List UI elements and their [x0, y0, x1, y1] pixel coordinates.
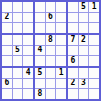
block-2-1: 5 [2, 35, 33, 66]
cell-r8c8[interactable]: 3 [79, 79, 89, 89]
cell-r8c7[interactable]: 2 [68, 79, 78, 89]
cell-r9c1[interactable] [2, 89, 12, 99]
cell-r5c4[interactable]: 4 [35, 46, 45, 56]
cell-r1c6[interactable] [56, 2, 66, 12]
cell-r3c2[interactable] [13, 23, 23, 33]
cell-r5c7[interactable] [68, 46, 78, 56]
cell-r8c6[interactable] [56, 79, 66, 89]
cell-r3c9[interactable] [89, 23, 99, 33]
cell-r3c5[interactable] [46, 23, 56, 33]
cell-r4c5[interactable]: 8 [46, 35, 56, 45]
cell-r3c7[interactable] [68, 23, 78, 33]
block-3-2: 518 [35, 68, 66, 99]
block-3-3: 23 [68, 68, 99, 99]
cell-r4c2[interactable] [13, 35, 23, 45]
cell-r1c8[interactable]: 5 [79, 2, 89, 12]
cell-r7c3[interactable]: 4 [23, 68, 33, 78]
block-2-2: 84 [35, 35, 66, 66]
cell-r3c3[interactable] [23, 23, 33, 33]
cell-r1c5[interactable] [46, 2, 56, 12]
block-3-1: 46 [2, 68, 33, 99]
cell-r6c9[interactable] [89, 56, 99, 66]
cell-r2c2[interactable] [13, 13, 23, 23]
cell-r2c9[interactable] [89, 13, 99, 23]
cell-r5c8[interactable] [79, 46, 89, 56]
cell-r3c4[interactable] [35, 23, 45, 33]
cell-r7c9[interactable] [89, 68, 99, 78]
cell-r7c4[interactable]: 5 [35, 68, 45, 78]
cell-r7c6[interactable]: 1 [56, 68, 66, 78]
cell-r6c5[interactable] [46, 56, 56, 66]
cell-r5c5[interactable] [46, 46, 56, 56]
cell-r9c7[interactable] [68, 89, 78, 99]
cell-r7c5[interactable] [46, 68, 56, 78]
cell-r1c7[interactable] [68, 2, 78, 12]
cell-r9c9[interactable] [89, 89, 99, 99]
cell-r6c8[interactable] [79, 56, 89, 66]
cell-r3c1[interactable] [2, 23, 12, 33]
cell-r6c7[interactable]: 6 [68, 56, 78, 66]
cell-r7c1[interactable] [2, 68, 12, 78]
sudoku-board: 26515847264651823 [0, 0, 101, 101]
cell-r2c1[interactable]: 2 [2, 13, 12, 23]
cell-r1c3[interactable] [23, 2, 33, 12]
cell-r8c1[interactable]: 6 [2, 79, 12, 89]
cell-r5c1[interactable] [2, 46, 12, 56]
cell-r4c4[interactable] [35, 35, 45, 45]
block-1-2: 6 [35, 2, 66, 33]
cell-r7c2[interactable] [13, 68, 23, 78]
cell-r6c4[interactable] [35, 56, 45, 66]
cell-r9c8[interactable] [79, 89, 89, 99]
cell-r2c6[interactable] [56, 13, 66, 23]
cell-r2c3[interactable] [23, 13, 33, 23]
cell-r8c5[interactable] [46, 79, 56, 89]
cell-r4c3[interactable] [23, 35, 33, 45]
cell-r5c9[interactable] [89, 46, 99, 56]
cell-r4c1[interactable] [2, 35, 12, 45]
cell-r8c2[interactable] [13, 79, 23, 89]
cell-r4c8[interactable]: 2 [79, 35, 89, 45]
cell-r8c3[interactable] [23, 79, 33, 89]
cell-r4c7[interactable]: 7 [68, 35, 78, 45]
block-2-3: 726 [68, 35, 99, 66]
cell-r8c9[interactable] [89, 79, 99, 89]
cell-r9c5[interactable] [46, 89, 56, 99]
cell-r1c1[interactable] [2, 2, 12, 12]
cell-r9c4[interactable]: 8 [35, 89, 45, 99]
cell-r2c7[interactable] [68, 13, 78, 23]
cell-r5c3[interactable] [23, 46, 33, 56]
cell-r8c4[interactable] [35, 79, 45, 89]
cell-r1c2[interactable] [13, 2, 23, 12]
cell-r2c8[interactable] [79, 13, 89, 23]
cell-r3c8[interactable] [79, 23, 89, 33]
cell-r7c8[interactable] [79, 68, 89, 78]
cell-r2c4[interactable] [35, 13, 45, 23]
block-1-3: 51 [68, 2, 99, 33]
cell-r4c9[interactable] [89, 35, 99, 45]
cell-r6c2[interactable] [13, 56, 23, 66]
block-1-1: 2 [2, 2, 33, 33]
cell-r9c2[interactable] [13, 89, 23, 99]
cell-r9c3[interactable] [23, 89, 33, 99]
cell-r1c9[interactable]: 1 [89, 2, 99, 12]
cell-r4c6[interactable] [56, 35, 66, 45]
cell-r1c4[interactable] [35, 2, 45, 12]
cell-r9c6[interactable] [56, 89, 66, 99]
cell-r6c6[interactable] [56, 56, 66, 66]
cell-r5c6[interactable] [56, 46, 66, 56]
cell-r5c2[interactable]: 5 [13, 46, 23, 56]
cell-r2c5[interactable]: 6 [46, 13, 56, 23]
cell-r7c7[interactable] [68, 68, 78, 78]
cell-r6c3[interactable] [23, 56, 33, 66]
cell-r6c1[interactable] [2, 56, 12, 66]
cell-r3c6[interactable] [56, 23, 66, 33]
